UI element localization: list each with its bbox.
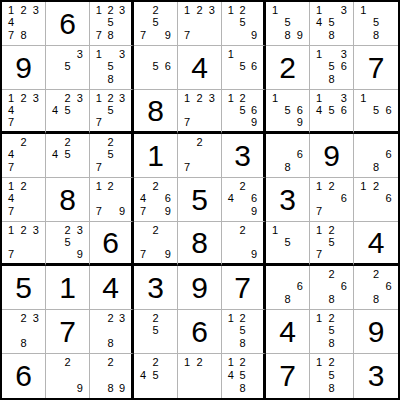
candidate-digit (116, 116, 128, 128)
cell-r2c3[interactable]: 1358 (90, 46, 134, 90)
candidate-grid: 13568 (310, 46, 353, 89)
cell-r8c7[interactable]: 4 (266, 310, 310, 354)
candidate-digit (93, 325, 105, 338)
candidate-digit (225, 104, 237, 116)
candidate-digit (5, 236, 17, 248)
candidate-digit: 5 (325, 104, 337, 116)
candidate-digit (149, 73, 161, 86)
candidate-digit: 2 (61, 136, 73, 149)
candidate-digit (74, 161, 86, 174)
candidate-digit: 5 (237, 61, 249, 74)
candidate-digit (162, 236, 174, 248)
cell-r4c6[interactable]: 3 (222, 134, 266, 178)
cell-r4c5[interactable]: 27 (178, 134, 222, 178)
candidate-digit (281, 116, 293, 128)
cell-r5c7[interactable]: 3 (266, 178, 310, 222)
candidate-digit: 7 (137, 205, 149, 218)
candidate-grid: 27 (178, 134, 221, 177)
candidate-digit: 9 (162, 248, 174, 260)
cell-r9c2[interactable]: 29 (46, 354, 90, 398)
candidate-digit: 3 (338, 92, 350, 104)
candidate-digit (30, 17, 42, 30)
candidate-digit (313, 293, 325, 306)
candidate-digit (313, 281, 325, 294)
candidate-digit: 1 (313, 312, 325, 325)
candidate-digit (93, 73, 105, 86)
candidate-digit (49, 161, 61, 174)
cell-r8c9[interactable]: 9 (354, 310, 398, 354)
cell-r2c4[interactable]: 56 (134, 46, 178, 90)
candidate-digit: 1 (269, 92, 281, 104)
cell-r7c4[interactable]: 3 (134, 266, 178, 310)
candidate-digit (17, 116, 29, 128)
cell-r4c8[interactable]: 9 (310, 134, 354, 178)
candidate-digit (225, 224, 237, 236)
cell-r9c9[interactable]: 3 (354, 354, 398, 398)
candidate-digit (162, 382, 174, 395)
candidate-digit: 4 (225, 369, 237, 382)
candidate-digit: 3 (338, 4, 350, 17)
cell-r5c6[interactable]: 2469 (222, 178, 266, 222)
cell-r5c8[interactable]: 1267 (310, 178, 354, 222)
candidate-digit: 1 (225, 92, 237, 104)
candidate-digit (237, 29, 249, 42)
candidate-digit: 6 (248, 193, 260, 206)
candidate-digit: 5 (149, 369, 161, 382)
candidate-digit: 1 (313, 92, 325, 104)
candidate-digit: 5 (105, 149, 117, 162)
candidate-digit: 2 (193, 92, 205, 104)
candidate-digit: 9 (74, 248, 86, 260)
candidate-digit (269, 17, 281, 30)
candidate-digit (116, 337, 128, 350)
candidate-digit: 6 (248, 61, 260, 74)
candidate-digit (193, 104, 205, 116)
candidate-digit (294, 224, 306, 236)
cell-r4c1[interactable]: 247 (2, 134, 46, 178)
candidate-digit: 2 (193, 356, 205, 369)
candidate-digit: 5 (281, 17, 293, 30)
candidate-grid: 238 (90, 310, 131, 353)
candidate-digit (17, 325, 29, 338)
cell-r3c9[interactable]: 156 (354, 90, 398, 134)
candidate-digit (137, 312, 149, 325)
candidate-digit (61, 116, 73, 128)
candidate-digit: 5 (370, 17, 383, 30)
candidate-digit: 5 (105, 61, 117, 74)
candidate-digit: 9 (116, 382, 128, 395)
candidate-digit (116, 29, 128, 42)
cell-r6c4[interactable]: 279 (134, 222, 178, 266)
candidate-grid: 1258 (222, 310, 263, 353)
candidate-digit (61, 73, 73, 86)
cell-r4c4[interactable]: 1 (134, 134, 178, 178)
candidate-digit (193, 382, 205, 395)
candidate-digit: 2 (237, 180, 249, 193)
candidate-digit: 4 (49, 149, 61, 162)
candidate-digit: 3 (116, 92, 128, 104)
cell-r2c1[interactable]: 9 (2, 46, 46, 90)
cell-r7c8[interactable]: 268 (310, 266, 354, 310)
candidate-digit (93, 382, 105, 395)
candidate-digit: 2 (325, 268, 337, 281)
candidate-digit (370, 205, 383, 218)
candidate-digit (137, 61, 149, 74)
candidate-digit: 7 (93, 161, 105, 174)
candidate-digit: 7 (93, 116, 105, 128)
candidate-digit (105, 205, 117, 218)
candidate-digit (162, 224, 174, 236)
candidate-digit (357, 193, 370, 206)
cell-r6c5[interactable]: 8 (178, 222, 222, 266)
cell-r4c7[interactable]: 68 (266, 134, 310, 178)
candidate-digit (338, 180, 350, 193)
cell-r7c7[interactable]: 68 (266, 266, 310, 310)
cell-r8c5[interactable]: 6 (178, 310, 222, 354)
candidate-digit (30, 161, 42, 174)
cell-r7c9[interactable]: 268 (354, 266, 398, 310)
candidate-digit (313, 337, 325, 350)
candidate-digit (5, 337, 17, 350)
candidate-digit (248, 356, 260, 369)
cell-r1c2[interactable]: 6 (46, 2, 90, 46)
candidate-digit (116, 193, 128, 206)
candidate-digit: 4 (313, 104, 325, 116)
candidate-digit: 2 (17, 312, 29, 325)
cell-r2c5[interactable]: 4 (178, 46, 222, 90)
cell-r8c3[interactable]: 238 (90, 310, 134, 354)
candidate-digit (162, 4, 174, 17)
candidate-digit (105, 116, 117, 128)
placed-digit: 2 (266, 46, 309, 89)
candidate-digit (248, 312, 260, 325)
cell-r6c3[interactable]: 6 (90, 222, 134, 266)
candidate-digit (269, 268, 281, 281)
candidate-digit (30, 205, 42, 218)
cell-r8c8[interactable]: 1258 (310, 310, 354, 354)
candidate-digit: 3 (30, 4, 42, 17)
candidate-digit (370, 149, 383, 162)
cell-r4c3[interactable]: 257 (90, 134, 134, 178)
cell-r6c2[interactable]: 2359 (46, 222, 90, 266)
candidate-grid: 1358 (90, 46, 131, 89)
cell-r2c9[interactable]: 7 (354, 46, 398, 90)
cell-r7c6[interactable]: 7 (222, 266, 266, 310)
candidate-digit: 3 (74, 92, 86, 104)
candidate-digit: 2 (370, 268, 383, 281)
candidate-digit: 2 (17, 136, 29, 149)
cell-r6c9[interactable]: 4 (354, 222, 398, 266)
candidate-digit (382, 17, 395, 30)
candidate-digit (105, 325, 117, 338)
candidate-digit (137, 73, 149, 86)
candidate-digit: 4 (5, 17, 17, 30)
cell-r9c6[interactable]: 12458 (222, 354, 266, 398)
candidate-digit: 7 (5, 248, 17, 260)
candidate-digit (357, 281, 370, 294)
candidate-digit: 8 (281, 293, 293, 306)
cell-r9c5[interactable]: 12 (178, 354, 222, 398)
candidate-digit (206, 369, 218, 382)
candidate-digit (193, 369, 205, 382)
candidate-digit (162, 312, 174, 325)
cell-r9c1[interactable]: 6 (2, 354, 46, 398)
placed-digit: 7 (222, 266, 263, 309)
cell-r9c3[interactable]: 289 (90, 354, 134, 398)
candidate-grid: 1267 (310, 178, 353, 221)
candidate-digit: 3 (30, 92, 42, 104)
candidate-digit (49, 136, 61, 149)
cell-r3c5[interactable]: 1237 (178, 90, 222, 134)
candidate-digit (248, 17, 260, 30)
candidate-digit (269, 293, 281, 306)
candidate-digit (338, 293, 350, 306)
cell-r1c1[interactable]: 123478 (2, 2, 46, 46)
cell-r6c7[interactable]: 15 (266, 222, 310, 266)
placed-digit: 8 (46, 178, 89, 221)
candidate-digit: 7 (5, 205, 17, 218)
candidate-digit: 9 (294, 29, 306, 42)
candidate-digit: 1 (225, 4, 237, 17)
candidate-digit (61, 369, 73, 382)
cell-r5c9[interactable]: 126 (354, 178, 398, 222)
candidate-digit: 7 (181, 29, 193, 42)
cell-r8c4[interactable]: 25 (134, 310, 178, 354)
candidate-digit (338, 236, 350, 248)
candidate-digit (338, 268, 350, 281)
candidate-digit: 2 (149, 4, 161, 17)
placed-digit: 7 (46, 310, 89, 353)
cell-r3c2[interactable]: 2345 (46, 90, 90, 134)
candidate-digit: 5 (281, 236, 293, 248)
candidate-digit: 2 (237, 356, 249, 369)
cell-r2c7[interactable]: 2 (266, 46, 310, 90)
candidate-digit (162, 73, 174, 86)
candidate-digit (294, 92, 306, 104)
cell-r3c8[interactable]: 13456 (310, 90, 354, 134)
candidate-digit: 4 (49, 104, 61, 116)
candidate-digit: 7 (313, 205, 325, 218)
cell-r3c3[interactable]: 12357 (90, 90, 134, 134)
candidate-digit (225, 29, 237, 42)
candidate-digit: 5 (325, 61, 337, 74)
cell-r7c2[interactable]: 1 (46, 266, 90, 310)
cell-r6c8[interactable]: 1257 (310, 222, 354, 266)
candidate-grid: 1237 (178, 2, 221, 45)
cell-r4c2[interactable]: 245 (46, 134, 90, 178)
candidate-digit (370, 193, 383, 206)
candidate-digit: 3 (206, 92, 218, 104)
cell-r2c2[interactable]: 35 (46, 46, 90, 90)
cell-r1c6[interactable]: 1259 (222, 2, 266, 46)
candidate-digit (93, 136, 105, 149)
candidate-digit: 8 (370, 293, 383, 306)
candidate-digit: 6 (162, 193, 174, 206)
cell-r9c4[interactable]: 245 (134, 354, 178, 398)
cell-r6c6[interactable]: 29 (222, 222, 266, 266)
candidate-digit (162, 48, 174, 61)
candidate-digit (248, 48, 260, 61)
candidate-digit: 6 (294, 281, 306, 294)
candidate-grid: 24679 (134, 178, 177, 221)
candidate-digit (5, 325, 17, 338)
candidate-digit (269, 29, 281, 42)
candidate-digit: 1 (225, 312, 237, 325)
candidate-digit: 8 (237, 382, 249, 395)
candidate-grid: 123578 (90, 2, 131, 45)
cell-r9c7[interactable]: 7 (266, 354, 310, 398)
candidate-digit (206, 161, 218, 174)
candidate-digit (206, 356, 218, 369)
candidate-digit: 5 (105, 104, 117, 116)
candidate-digit (225, 382, 237, 395)
candidate-digit (30, 193, 42, 206)
cell-r5c3[interactable]: 1279 (90, 178, 134, 222)
candidate-digit (116, 369, 128, 382)
candidate-digit (116, 104, 128, 116)
cell-r7c5[interactable]: 9 (178, 266, 222, 310)
placed-digit: 6 (90, 222, 131, 263)
candidate-grid: 1258 (310, 310, 353, 353)
cell-r3c4[interactable]: 8 (134, 90, 178, 134)
candidate-digit: 9 (248, 116, 260, 128)
candidate-digit: 1 (181, 356, 193, 369)
candidate-digit (49, 236, 61, 248)
candidate-digit: 9 (248, 29, 260, 42)
candidate-digit: 5 (237, 325, 249, 338)
candidate-digit: 5 (370, 104, 383, 116)
placed-digit: 9 (310, 134, 353, 177)
cell-r1c9[interactable]: 158 (354, 2, 398, 46)
candidate-digit: 2 (193, 4, 205, 17)
candidate-digit (93, 356, 105, 369)
candidate-digit (294, 236, 306, 248)
cell-r5c1[interactable]: 1247 (2, 178, 46, 222)
cell-r8c6[interactable]: 1258 (222, 310, 266, 354)
candidate-digit: 1 (225, 48, 237, 61)
candidate-digit (17, 236, 29, 248)
cell-r1c3[interactable]: 123578 (90, 2, 134, 46)
cell-r7c3[interactable]: 4 (90, 266, 134, 310)
cell-r3c6[interactable]: 12569 (222, 90, 266, 134)
candidate-digit (137, 224, 149, 236)
candidate-digit (281, 224, 293, 236)
candidate-digit (30, 116, 42, 128)
candidate-digit (193, 17, 205, 30)
candidate-digit (338, 325, 350, 338)
cell-r1c7[interactable]: 1589 (266, 2, 310, 46)
placed-digit: 3 (134, 266, 177, 309)
candidate-digit (313, 193, 325, 206)
candidate-grid: 2579 (134, 2, 177, 45)
cell-r1c5[interactable]: 1237 (178, 2, 222, 46)
candidate-digit (49, 224, 61, 236)
cell-r5c2[interactable]: 8 (46, 178, 90, 222)
candidate-digit (5, 136, 17, 149)
candidate-digit: 2 (370, 180, 383, 193)
placed-digit: 4 (354, 222, 398, 263)
cell-r1c4[interactable]: 2579 (134, 2, 178, 46)
cell-r7c1[interactable]: 5 (2, 266, 46, 310)
candidate-digit: 7 (181, 161, 193, 174)
candidate-digit (248, 224, 260, 236)
placed-digit: 6 (178, 310, 221, 353)
candidate-digit: 1 (313, 356, 325, 369)
candidate-digit: 1 (313, 4, 325, 17)
candidate-digit: 1 (5, 224, 17, 236)
candidate-digit (49, 356, 61, 369)
candidate-digit (93, 337, 105, 350)
cell-r3c1[interactable]: 12347 (2, 90, 46, 134)
candidate-digit (248, 73, 260, 86)
candidate-digit (225, 236, 237, 248)
cell-r1c8[interactable]: 13458 (310, 2, 354, 46)
cell-r8c2[interactable]: 7 (46, 310, 90, 354)
candidate-digit: 8 (105, 73, 117, 86)
candidate-digit (357, 293, 370, 306)
candidate-digit: 1 (5, 92, 17, 104)
candidate-digit (294, 17, 306, 30)
candidate-digit (338, 356, 350, 369)
candidate-digit: 7 (181, 116, 193, 128)
candidate-digit: 3 (116, 4, 128, 17)
cell-r4c9[interactable]: 68 (354, 134, 398, 178)
candidate-digit (248, 92, 260, 104)
candidate-digit: 8 (325, 337, 337, 350)
candidate-digit: 4 (5, 149, 17, 162)
candidate-digit (30, 149, 42, 162)
cell-r9c8[interactable]: 1258 (310, 354, 354, 398)
cell-r5c5[interactable]: 5 (178, 178, 222, 222)
candidate-digit: 5 (149, 325, 161, 338)
candidate-digit (116, 325, 128, 338)
candidate-digit: 8 (281, 161, 293, 174)
cell-r3c7[interactable]: 1569 (266, 90, 310, 134)
candidate-digit (338, 29, 350, 42)
candidate-digit (93, 369, 105, 382)
candidate-digit (30, 248, 42, 260)
candidate-grid: 13458 (310, 2, 353, 45)
candidate-digit (30, 104, 42, 116)
candidate-digit (30, 325, 42, 338)
candidate-digit: 2 (149, 356, 161, 369)
cell-r8c1[interactable]: 238 (2, 310, 46, 354)
candidate-grid: 2345 (46, 90, 89, 131)
candidate-grid: 1257 (310, 222, 353, 263)
candidate-digit (338, 116, 350, 128)
candidate-digit: 4 (5, 104, 17, 116)
cell-r5c4[interactable]: 24679 (134, 178, 178, 222)
candidate-digit (137, 17, 149, 30)
candidate-digit (137, 382, 149, 395)
candidate-digit (313, 116, 325, 128)
candidate-digit (61, 161, 73, 174)
candidate-digit (162, 180, 174, 193)
candidate-digit: 6 (338, 281, 350, 294)
candidate-digit (93, 61, 105, 74)
cell-r2c6[interactable]: 156 (222, 46, 266, 90)
candidate-digit (248, 325, 260, 338)
candidate-digit: 4 (137, 193, 149, 206)
cell-r2c8[interactable]: 13568 (310, 46, 354, 90)
cell-r6c1[interactable]: 1237 (2, 222, 46, 266)
candidate-digit (225, 248, 237, 260)
candidate-grid: 257 (90, 134, 131, 177)
candidate-digit (206, 17, 218, 30)
candidate-digit (74, 136, 86, 149)
candidate-digit (325, 205, 337, 218)
candidate-digit (357, 268, 370, 281)
